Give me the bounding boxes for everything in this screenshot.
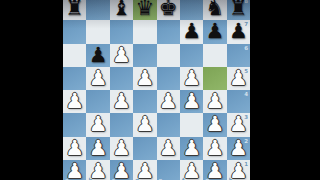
piece-white-pawn-e2[interactable]: ♟ — [159, 137, 178, 158]
coordinate-rank-6: 6 — [244, 45, 248, 51]
square-b5[interactable]: ♟ — [86, 67, 109, 90]
coordinate-rank-3: 3 — [244, 114, 248, 120]
piece-white-pawn-f5[interactable]: ♟ — [182, 67, 201, 88]
chess-board[interactable]: ♜♝♛♚♞♜8♟♟♟7♟♟6♟♟♟♟5♟♟♟♟♟4♟♟♟♟3♟♟♟♟♟♟♟2♟a… — [63, 0, 250, 180]
square-b1[interactable]: ♟b — [86, 160, 109, 180]
square-c1[interactable]: ♟c — [110, 160, 133, 180]
square-e6[interactable] — [157, 44, 180, 67]
square-e8[interactable]: ♚ — [157, 0, 180, 20]
square-d4[interactable] — [133, 90, 156, 113]
coordinate-file-b: b — [88, 177, 92, 180]
piece-white-pawn-f4[interactable]: ♟ — [182, 91, 201, 112]
square-c6[interactable]: ♟ — [110, 44, 133, 67]
square-a1[interactable]: ♟a — [63, 160, 86, 180]
square-g2[interactable]: ♟ — [203, 137, 226, 160]
square-e1[interactable]: e — [157, 160, 180, 180]
square-d2[interactable] — [133, 137, 156, 160]
piece-white-pawn-f1[interactable]: ♟ — [182, 160, 201, 180]
square-c3[interactable] — [110, 113, 133, 136]
piece-white-pawn-e4[interactable]: ♟ — [159, 91, 178, 112]
square-g8[interactable]: ♞ — [203, 0, 226, 20]
letterbox-right — [250, 0, 320, 180]
square-e3[interactable] — [157, 113, 180, 136]
coordinate-rank-7: 7 — [244, 21, 248, 27]
square-c8[interactable]: ♝ — [110, 0, 133, 20]
piece-white-pawn-b5[interactable]: ♟ — [89, 67, 108, 88]
square-h5[interactable]: ♟5 — [227, 67, 250, 90]
coordinate-file-e: e — [159, 177, 163, 180]
square-e7[interactable] — [157, 20, 180, 43]
square-a7[interactable] — [63, 20, 86, 43]
square-b4[interactable] — [86, 90, 109, 113]
piece-white-pawn-a2[interactable]: ♟ — [65, 137, 84, 158]
square-d7[interactable] — [133, 20, 156, 43]
square-e2[interactable]: ♟ — [157, 137, 180, 160]
coordinate-file-c: c — [112, 177, 115, 180]
piece-white-pawn-g4[interactable]: ♟ — [206, 91, 225, 112]
square-a8[interactable]: ♜ — [63, 0, 86, 20]
coordinate-rank-5: 5 — [244, 68, 248, 74]
square-f1[interactable]: ♟f — [180, 160, 203, 180]
coordinate-file-h: h — [229, 177, 233, 180]
coordinate-rank-4: 4 — [244, 91, 248, 97]
square-c7[interactable] — [110, 20, 133, 43]
square-e5[interactable] — [157, 67, 180, 90]
square-g7[interactable]: ♟ — [203, 20, 226, 43]
piece-black-queen-d8[interactable]: ♛ — [135, 0, 154, 19]
square-g1[interactable]: ♟g — [203, 160, 226, 180]
square-e4[interactable]: ♟ — [157, 90, 180, 113]
square-h1[interactable]: ♟1h — [227, 160, 250, 180]
piece-white-pawn-d3[interactable]: ♟ — [135, 114, 154, 135]
square-h4[interactable]: 4 — [227, 90, 250, 113]
square-g6[interactable] — [203, 44, 226, 67]
square-h2[interactable]: ♟2 — [227, 137, 250, 160]
square-d5[interactable]: ♟ — [133, 67, 156, 90]
square-h3[interactable]: ♟3 — [227, 113, 250, 136]
square-f3[interactable] — [180, 113, 203, 136]
square-a2[interactable]: ♟ — [63, 137, 86, 160]
coordinate-rank-1: 1 — [244, 161, 248, 167]
square-g5[interactable] — [203, 67, 226, 90]
piece-white-pawn-c4[interactable]: ♟ — [112, 91, 131, 112]
square-d8[interactable]: ♛ — [133, 0, 156, 20]
piece-white-pawn-c6[interactable]: ♟ — [112, 44, 131, 65]
square-f2[interactable]: ♟ — [180, 137, 203, 160]
coordinate-file-d: d — [135, 177, 139, 180]
square-g3[interactable]: ♟ — [203, 113, 226, 136]
piece-white-pawn-c2[interactable]: ♟ — [112, 137, 131, 158]
piece-black-pawn-f7[interactable]: ♟ — [182, 21, 201, 42]
piece-black-king-e8[interactable]: ♚ — [159, 0, 178, 19]
square-a4[interactable]: ♟ — [63, 90, 86, 113]
square-b8[interactable] — [86, 0, 109, 20]
square-h7[interactable]: ♟7 — [227, 20, 250, 43]
video-frame: ♜♝♛♚♞♜8♟♟♟7♟♟6♟♟♟♟5♟♟♟♟♟4♟♟♟♟3♟♟♟♟♟♟♟2♟a… — [0, 0, 320, 180]
square-f5[interactable]: ♟ — [180, 67, 203, 90]
square-b3[interactable]: ♟ — [86, 113, 109, 136]
square-f6[interactable] — [180, 44, 203, 67]
square-h8[interactable]: ♜8 — [227, 0, 250, 20]
piece-white-pawn-d5[interactable]: ♟ — [135, 67, 154, 88]
square-b6[interactable]: ♟ — [86, 44, 109, 67]
piece-black-pawn-g7[interactable]: ♟ — [206, 21, 225, 42]
square-d6[interactable] — [133, 44, 156, 67]
square-a3[interactable] — [63, 113, 86, 136]
square-b7[interactable] — [86, 20, 109, 43]
square-h6[interactable]: 6 — [227, 44, 250, 67]
square-a5[interactable] — [63, 67, 86, 90]
square-d1[interactable]: ♟d — [133, 160, 156, 180]
piece-white-pawn-g3[interactable]: ♟ — [206, 114, 225, 135]
square-c4[interactable]: ♟ — [110, 90, 133, 113]
coordinate-file-a: a — [65, 177, 69, 180]
coordinate-rank-8: 8 — [244, 0, 248, 4]
square-b2[interactable]: ♟ — [86, 137, 109, 160]
square-g4[interactable]: ♟ — [203, 90, 226, 113]
piece-black-rook-a8[interactable]: ♜ — [65, 0, 84, 19]
piece-white-pawn-g2[interactable]: ♟ — [206, 137, 225, 158]
square-a6[interactable] — [63, 44, 86, 67]
square-f8[interactable] — [180, 0, 203, 20]
piece-black-pawn-b6[interactable]: ♟ — [89, 44, 108, 65]
piece-white-pawn-f2[interactable]: ♟ — [182, 137, 201, 158]
square-c5[interactable] — [110, 67, 133, 90]
square-c2[interactable]: ♟ — [110, 137, 133, 160]
piece-white-pawn-b3[interactable]: ♟ — [89, 114, 108, 135]
square-f7[interactable]: ♟ — [180, 20, 203, 43]
coordinate-file-g: g — [205, 177, 209, 180]
coordinate-file-f: f — [182, 177, 184, 180]
piece-white-pawn-b2[interactable]: ♟ — [89, 137, 108, 158]
piece-black-knight-g8[interactable]: ♞ — [206, 0, 225, 19]
coordinate-rank-2: 2 — [244, 138, 248, 144]
piece-white-pawn-a4[interactable]: ♟ — [65, 91, 84, 112]
square-d3[interactable]: ♟ — [133, 113, 156, 136]
letterbox-left — [0, 0, 63, 180]
piece-black-bishop-c8[interactable]: ♝ — [112, 0, 131, 19]
square-f4[interactable]: ♟ — [180, 90, 203, 113]
